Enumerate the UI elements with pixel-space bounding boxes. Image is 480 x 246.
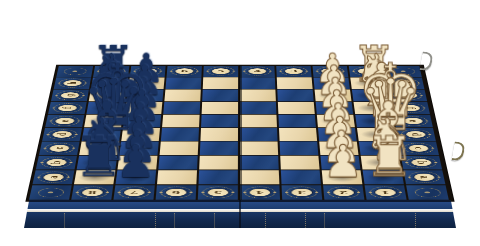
- coord-label: a: [414, 174, 436, 181]
- square-c3[interactable]: [280, 142, 319, 155]
- coord-bottom-3: 3: [282, 185, 323, 200]
- square-h4[interactable]: [240, 77, 275, 88]
- square-d3[interactable]: [279, 128, 317, 141]
- square-e6[interactable]: [162, 115, 200, 128]
- square-a5[interactable]: [198, 170, 237, 184]
- square-g5[interactable]: [202, 90, 238, 102]
- coord-bottom-1: 1: [365, 185, 407, 200]
- coord-label: h: [63, 80, 82, 86]
- coord-label: 8: [82, 189, 104, 197]
- square-f3[interactable]: [278, 102, 315, 114]
- metal-latch-icon: [453, 142, 464, 161]
- square-b3[interactable]: [280, 156, 319, 170]
- frame-corner-ornament: [29, 185, 72, 200]
- coord-label: a: [43, 174, 65, 181]
- coord-bottom-7: 7: [113, 185, 154, 200]
- coord-bottom-6: 6: [156, 185, 197, 200]
- coord-top-3: 3: [276, 66, 311, 77]
- coord-label: c: [49, 145, 70, 152]
- piece-white-pawn-a2[interactable]: ♟: [323, 140, 362, 185]
- coord-bottom-5: 5: [198, 185, 238, 200]
- coord-label: 1: [375, 189, 397, 197]
- square-a1[interactable]: ♜: [363, 170, 404, 184]
- square-a2[interactable]: ♟: [322, 170, 363, 184]
- square-c6[interactable]: [160, 142, 199, 155]
- square-a4[interactable]: [240, 170, 279, 184]
- side-panel-ornament: [324, 213, 416, 240]
- coord-label: 4: [250, 189, 271, 197]
- square-e4[interactable]: [240, 115, 277, 128]
- square-d5[interactable]: [200, 128, 238, 141]
- chess-set-photo: 87654321h♜♟♟♜hg♞♟♟♞gf♝♟♟♝fe♚♟♟♚ed♛♟♟♛dc♝…: [0, 0, 480, 246]
- coord-label: d: [52, 131, 72, 138]
- coord-label: 7: [124, 189, 145, 197]
- side-panel-fold-seam: [239, 200, 241, 228]
- square-h5[interactable]: [203, 77, 238, 88]
- box-side-panel: [24, 200, 456, 228]
- coord-label: 3: [285, 68, 303, 74]
- square-f5[interactable]: [202, 102, 238, 114]
- square-b5[interactable]: [199, 156, 238, 170]
- coord-label: 2: [333, 189, 354, 197]
- coord-label: 4: [248, 68, 266, 74]
- square-d6[interactable]: [161, 128, 199, 141]
- square-b6[interactable]: [158, 156, 197, 170]
- square-g3[interactable]: [277, 90, 313, 102]
- coord-left-a: a: [32, 170, 74, 184]
- coord-label: b: [46, 159, 67, 166]
- latch-hook-icon: [419, 51, 433, 72]
- coord-bottom-2: 2: [323, 185, 364, 200]
- coord-label: f: [58, 105, 78, 111]
- coord-top-6: 6: [167, 66, 202, 77]
- square-f6[interactable]: [163, 102, 200, 114]
- coord-label: 5: [208, 189, 229, 197]
- square-b4[interactable]: [240, 156, 279, 170]
- coord-label: 6: [166, 189, 187, 197]
- square-g4[interactable]: [240, 90, 276, 102]
- latch-hook-icon: [451, 141, 465, 162]
- coord-label: 6: [175, 68, 193, 74]
- square-e3[interactable]: [278, 115, 316, 128]
- coord-bottom-8: 8: [71, 185, 113, 200]
- square-a6[interactable]: [157, 170, 197, 184]
- square-e5[interactable]: [201, 115, 238, 128]
- side-panel-ornament: [64, 213, 156, 240]
- square-a3[interactable]: [281, 170, 321, 184]
- coord-label: e: [55, 118, 75, 124]
- chess-board: 87654321h♜♟♟♜hg♞♟♟♞gf♝♟♟♝fe♚♟♟♚ed♛♟♟♛dc♝…: [25, 65, 454, 202]
- coord-top-5: 5: [203, 66, 238, 77]
- square-g6[interactable]: [164, 90, 200, 102]
- square-c4[interactable]: [240, 142, 278, 155]
- coord-label: g: [60, 92, 80, 98]
- square-a7[interactable]: ♟: [115, 170, 156, 184]
- side-panel-ornament: [214, 213, 306, 240]
- frame-corner-ornament: [406, 185, 449, 200]
- square-h3[interactable]: [277, 77, 313, 88]
- piece-black-rook-a8[interactable]: ♜: [74, 129, 113, 184]
- metal-latch-icon: [421, 52, 432, 71]
- coord-bottom-4: 4: [240, 185, 280, 200]
- square-a8[interactable]: ♜: [74, 170, 115, 184]
- piece-black-pawn-a7[interactable]: ♟: [115, 140, 154, 185]
- coord-top-4: 4: [240, 66, 275, 77]
- board-fold-seam: [238, 65, 241, 201]
- square-h6[interactable]: [165, 77, 201, 88]
- piece-white-rook-a1[interactable]: ♜: [365, 129, 404, 184]
- coord-left-b: b: [36, 156, 77, 170]
- square-d4[interactable]: [240, 128, 278, 141]
- coord-label: 3: [291, 189, 312, 197]
- coord-label: 5: [212, 68, 230, 74]
- square-f4[interactable]: [240, 102, 276, 114]
- square-c5[interactable]: [200, 142, 238, 155]
